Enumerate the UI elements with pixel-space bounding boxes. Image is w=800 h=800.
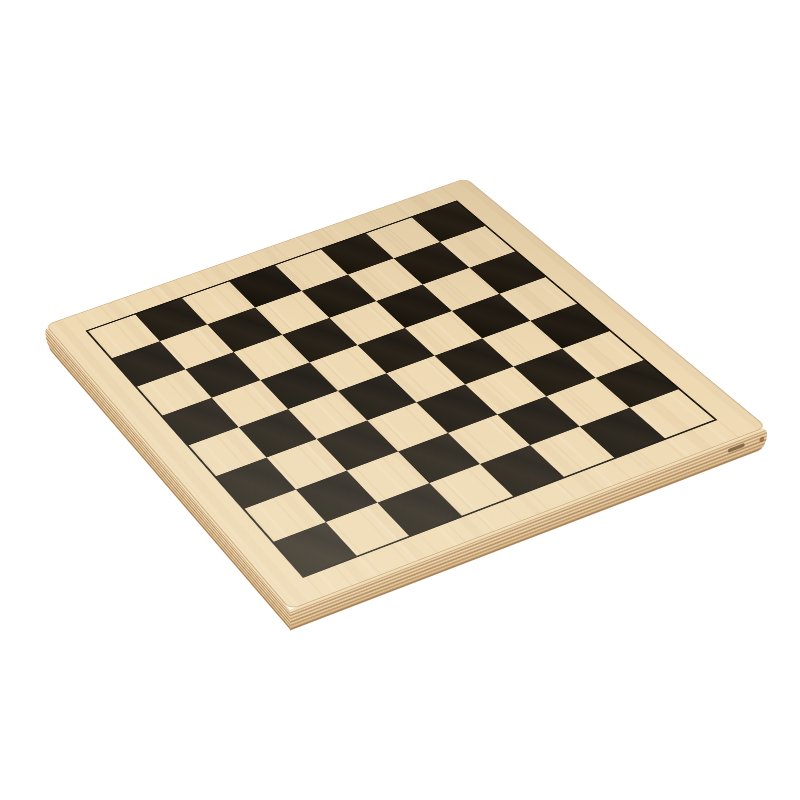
wood-knot <box>728 443 745 453</box>
wood-fleck <box>760 436 765 443</box>
wooden-chessboard <box>45 178 767 610</box>
product-photo-scene <box>0 0 800 800</box>
playing-field <box>85 200 717 578</box>
